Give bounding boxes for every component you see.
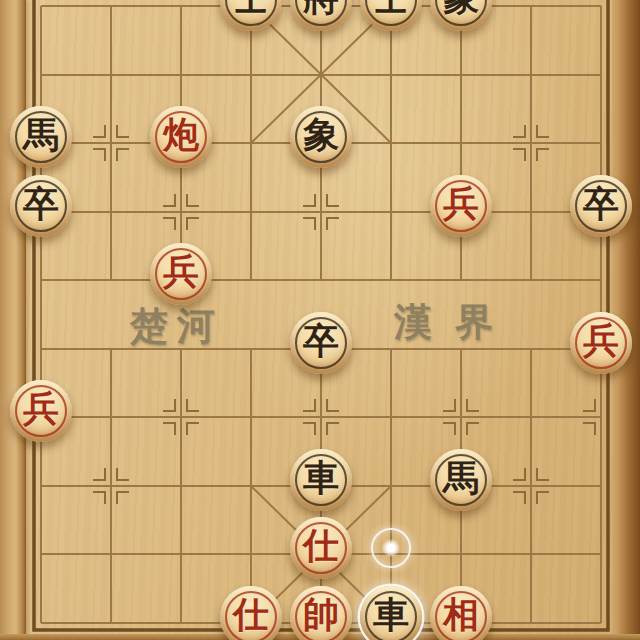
piece-black-horse[interactable]: 馬 bbox=[10, 106, 72, 168]
piece-red-advisor[interactable]: 仕 bbox=[290, 517, 352, 579]
river-label-left: 楚河 bbox=[130, 306, 224, 346]
piece-black-soldier[interactable]: 卒 bbox=[10, 175, 72, 237]
board-frame-left bbox=[0, 0, 26, 640]
river-label-right: 漢界 bbox=[394, 302, 516, 342]
piece-red-soldier[interactable]: 兵 bbox=[10, 380, 72, 442]
piece-black-chariot[interactable]: 車 bbox=[290, 449, 352, 511]
piece-black-chariot[interactable]: 車 bbox=[360, 586, 422, 640]
piece-red-general[interactable]: 帥 bbox=[290, 586, 352, 640]
piece-red-soldier[interactable]: 兵 bbox=[430, 175, 492, 237]
piece-black-elephant[interactable]: 象 bbox=[430, 0, 492, 31]
piece-black-soldier[interactable]: 卒 bbox=[570, 175, 632, 237]
piece-red-cannon[interactable]: 炮 bbox=[150, 106, 212, 168]
piece-black-general[interactable]: 將 bbox=[290, 0, 352, 31]
piece-red-advisor[interactable]: 仕 bbox=[220, 586, 282, 640]
piece-red-soldier[interactable]: 兵 bbox=[570, 312, 632, 374]
piece-black-advisor[interactable]: 士 bbox=[360, 0, 422, 31]
piece-black-horse[interactable]: 馬 bbox=[430, 449, 492, 511]
xiangqi-board: 楚河 漢界 士將士象馬炮象卒兵卒兵卒兵兵車馬仕仕帥車相 bbox=[0, 0, 640, 640]
piece-black-soldier[interactable]: 卒 bbox=[290, 312, 352, 374]
piece-red-elephant[interactable]: 相 bbox=[430, 586, 492, 640]
piece-red-soldier[interactable]: 兵 bbox=[150, 243, 212, 305]
piece-black-advisor[interactable]: 士 bbox=[220, 0, 282, 31]
last-move-origin-marker bbox=[371, 528, 411, 568]
piece-black-elephant[interactable]: 象 bbox=[290, 106, 352, 168]
